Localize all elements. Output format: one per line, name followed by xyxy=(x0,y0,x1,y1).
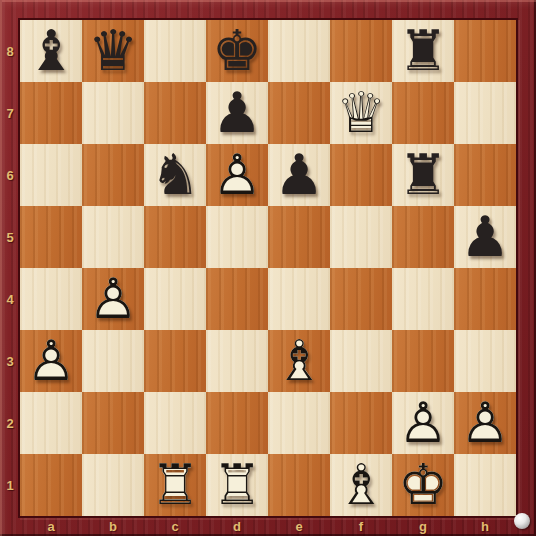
white-pawn-glyph-fill: ♟ xyxy=(206,144,268,206)
square-c1[interactable]: ♜♖ xyxy=(144,454,206,516)
rank-label-5: 5 xyxy=(0,206,20,268)
square-c5[interactable] xyxy=(144,206,206,268)
piece-black-rook[interactable]: ♜ xyxy=(392,144,454,206)
file-label-g: g xyxy=(392,516,454,536)
square-e6[interactable]: ♟ xyxy=(268,144,330,206)
square-h7[interactable] xyxy=(454,82,516,144)
black-rook-glyph: ♜ xyxy=(392,20,454,82)
white-pawn-glyph-outline: ♙ xyxy=(454,392,516,454)
square-b2[interactable] xyxy=(82,392,144,454)
rank-label-6: 6 xyxy=(0,144,20,206)
rank-label-7: 7 xyxy=(0,82,20,144)
white-pawn-glyph-fill: ♟ xyxy=(392,392,454,454)
white-pawn-glyph-outline: ♙ xyxy=(82,268,144,330)
piece-white-bishop[interactable]: ♝♗ xyxy=(330,454,392,516)
square-e4[interactable] xyxy=(268,268,330,330)
square-g6[interactable]: ♜ xyxy=(392,144,454,206)
square-a6[interactable] xyxy=(20,144,82,206)
rank-label-4: 4 xyxy=(0,268,20,330)
square-h1[interactable] xyxy=(454,454,516,516)
square-b6[interactable] xyxy=(82,144,144,206)
white-pawn-glyph-outline: ♙ xyxy=(20,330,82,392)
square-e2[interactable] xyxy=(268,392,330,454)
piece-black-rook[interactable]: ♜ xyxy=(392,20,454,82)
white-rook-glyph-outline: ♖ xyxy=(206,454,268,516)
square-c7[interactable] xyxy=(144,82,206,144)
square-h4[interactable] xyxy=(454,268,516,330)
square-c8[interactable] xyxy=(144,20,206,82)
square-d7[interactable]: ♟ xyxy=(206,82,268,144)
square-b7[interactable] xyxy=(82,82,144,144)
white-pawn-glyph-outline: ♙ xyxy=(392,392,454,454)
square-e8[interactable] xyxy=(268,20,330,82)
white-pawn-glyph-fill: ♟ xyxy=(20,330,82,392)
black-pawn-glyph: ♟ xyxy=(206,82,268,144)
square-b4[interactable]: ♟♙ xyxy=(82,268,144,330)
square-d3[interactable] xyxy=(206,330,268,392)
piece-white-pawn[interactable]: ♟♙ xyxy=(454,392,516,454)
square-g2[interactable]: ♟♙ xyxy=(392,392,454,454)
square-c6[interactable]: ♞ xyxy=(144,144,206,206)
rank-label-3: 3 xyxy=(0,330,20,392)
square-f3[interactable] xyxy=(330,330,392,392)
white-pawn-glyph-fill: ♟ xyxy=(82,268,144,330)
black-bishop-glyph: ♝ xyxy=(20,20,82,82)
square-a2[interactable] xyxy=(20,392,82,454)
square-g4[interactable] xyxy=(392,268,454,330)
piece-white-pawn[interactable]: ♟♙ xyxy=(82,268,144,330)
square-a5[interactable] xyxy=(20,206,82,268)
piece-white-queen[interactable]: ♛♕ xyxy=(330,82,392,144)
square-g5[interactable] xyxy=(392,206,454,268)
square-a3[interactable]: ♟♙ xyxy=(20,330,82,392)
square-d6[interactable]: ♟♙ xyxy=(206,144,268,206)
piece-black-queen[interactable]: ♛ xyxy=(82,20,144,82)
piece-white-pawn[interactable]: ♟♙ xyxy=(206,144,268,206)
square-f5[interactable] xyxy=(330,206,392,268)
square-f6[interactable] xyxy=(330,144,392,206)
piece-white-rook[interactable]: ♜♖ xyxy=(206,454,268,516)
square-b1[interactable] xyxy=(82,454,144,516)
square-e3[interactable]: ♝♗ xyxy=(268,330,330,392)
square-b3[interactable] xyxy=(82,330,144,392)
black-queen-glyph: ♛ xyxy=(82,20,144,82)
file-label-f: f xyxy=(330,516,392,536)
square-h5[interactable]: ♟ xyxy=(454,206,516,268)
square-e5[interactable] xyxy=(268,206,330,268)
piece-white-bishop[interactable]: ♝♗ xyxy=(268,330,330,392)
square-a1[interactable] xyxy=(20,454,82,516)
black-pawn-glyph: ♟ xyxy=(454,206,516,268)
white-rook-glyph-fill: ♜ xyxy=(206,454,268,516)
chess-board: ♝♛♚♜♟♛♕♞♟♙♟♜♟♟♙♟♙♝♗♟♙♟♙♜♖♜♖♝♗♚♔ xyxy=(20,20,516,516)
square-f8[interactable] xyxy=(330,20,392,82)
piece-black-bishop[interactable]: ♝ xyxy=(20,20,82,82)
square-b5[interactable] xyxy=(82,206,144,268)
rank-label-8: 8 xyxy=(0,20,20,82)
white-to-move-indicator xyxy=(514,513,530,529)
piece-white-king[interactable]: ♚♔ xyxy=(392,454,454,516)
white-bishop-glyph-fill: ♝ xyxy=(268,330,330,392)
file-label-d: d xyxy=(206,516,268,536)
file-label-b: b xyxy=(82,516,144,536)
file-label-h: h xyxy=(454,516,516,536)
file-label-c: c xyxy=(144,516,206,536)
white-bishop-glyph-outline: ♗ xyxy=(268,330,330,392)
square-g3[interactable] xyxy=(392,330,454,392)
piece-black-king[interactable]: ♚ xyxy=(206,20,268,82)
black-rook-glyph: ♜ xyxy=(392,144,454,206)
piece-white-pawn[interactable]: ♟♙ xyxy=(20,330,82,392)
square-b8[interactable]: ♛ xyxy=(82,20,144,82)
square-f2[interactable] xyxy=(330,392,392,454)
white-king-glyph-fill: ♚ xyxy=(392,454,454,516)
white-bishop-glyph-fill: ♝ xyxy=(330,454,392,516)
square-a7[interactable] xyxy=(20,82,82,144)
white-queen-glyph-fill: ♛ xyxy=(330,82,392,144)
black-pawn-glyph: ♟ xyxy=(268,144,330,206)
black-knight-glyph: ♞ xyxy=(144,144,206,206)
square-e7[interactable] xyxy=(268,82,330,144)
square-d8[interactable]: ♚ xyxy=(206,20,268,82)
square-g1[interactable]: ♚♔ xyxy=(392,454,454,516)
black-king-glyph: ♚ xyxy=(206,20,268,82)
piece-white-rook[interactable]: ♜♖ xyxy=(144,454,206,516)
piece-black-pawn[interactable]: ♟ xyxy=(206,82,268,144)
square-f7[interactable]: ♛♕ xyxy=(330,82,392,144)
square-g7[interactable] xyxy=(392,82,454,144)
square-h3[interactable] xyxy=(454,330,516,392)
square-d5[interactable] xyxy=(206,206,268,268)
file-label-a: a xyxy=(20,516,82,536)
file-label-e: e xyxy=(268,516,330,536)
square-a4[interactable] xyxy=(20,268,82,330)
rank-label-1: 1 xyxy=(0,454,20,516)
square-c4[interactable] xyxy=(144,268,206,330)
piece-black-pawn[interactable]: ♟ xyxy=(268,144,330,206)
white-king-glyph-outline: ♔ xyxy=(392,454,454,516)
square-h2[interactable]: ♟♙ xyxy=(454,392,516,454)
square-g8[interactable]: ♜ xyxy=(392,20,454,82)
square-f4[interactable] xyxy=(330,268,392,330)
white-pawn-glyph-fill: ♟ xyxy=(454,392,516,454)
square-d4[interactable] xyxy=(206,268,268,330)
piece-white-pawn[interactable]: ♟♙ xyxy=(392,392,454,454)
white-pawn-glyph-outline: ♙ xyxy=(206,144,268,206)
piece-black-knight[interactable]: ♞ xyxy=(144,144,206,206)
piece-black-pawn[interactable]: ♟ xyxy=(454,206,516,268)
square-c2[interactable] xyxy=(144,392,206,454)
square-e1[interactable] xyxy=(268,454,330,516)
white-bishop-glyph-outline: ♗ xyxy=(330,454,392,516)
white-rook-glyph-outline: ♖ xyxy=(144,454,206,516)
square-a8[interactable]: ♝ xyxy=(20,20,82,82)
white-rook-glyph-fill: ♜ xyxy=(144,454,206,516)
square-d1[interactable]: ♜♖ xyxy=(206,454,268,516)
square-f1[interactable]: ♝♗ xyxy=(330,454,392,516)
rank-label-2: 2 xyxy=(0,392,20,454)
white-queen-glyph-outline: ♕ xyxy=(330,82,392,144)
square-d2[interactable] xyxy=(206,392,268,454)
square-c3[interactable] xyxy=(144,330,206,392)
square-h6[interactable] xyxy=(454,144,516,206)
chessboard-window: ♝♛♚♜♟♛♕♞♟♙♟♜♟♟♙♟♙♝♗♟♙♟♙♜♖♜♖♝♗♚♔ 87654321… xyxy=(0,0,536,536)
square-h8[interactable] xyxy=(454,20,516,82)
